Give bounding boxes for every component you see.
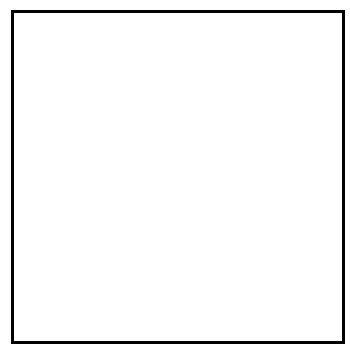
chess-board (11, 10, 345, 344)
